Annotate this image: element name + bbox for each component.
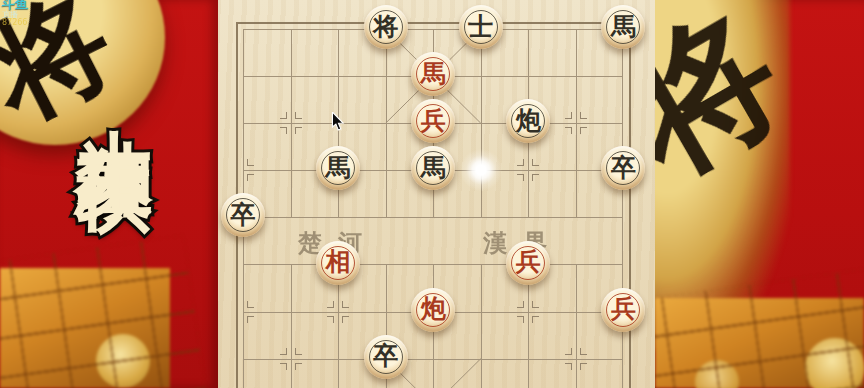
piece-glyph: 兵: [611, 296, 636, 321]
piece-glyph: 馬: [326, 155, 351, 180]
piece-glyph: 卒: [231, 202, 256, 227]
decorative-board-photo: [655, 298, 864, 388]
decorative-chess-piece-photo: [0, 0, 165, 145]
piece-glyph: 馬: [421, 61, 446, 86]
piece-glyph: 炮: [421, 296, 446, 321]
piece-glyph: 将: [373, 14, 398, 39]
photo-piece: [805, 338, 864, 388]
photo-piece: [695, 360, 739, 388]
piece-black-将[interactable]: 将: [364, 5, 408, 49]
piece-glyph: 兵: [516, 249, 541, 274]
piece-glyph: 炮: [516, 108, 541, 133]
piece-black-士[interactable]: 士: [459, 5, 503, 49]
piece-glyph: 兵: [421, 108, 446, 133]
piece-black-卒[interactable]: 卒: [364, 335, 408, 379]
photo-piece: [96, 334, 150, 388]
piece-glyph: 卒: [373, 343, 398, 368]
decorative-board-photo: [0, 268, 170, 388]
piece-glyph: 士: [468, 14, 493, 39]
piece-red-相[interactable]: 相: [316, 241, 360, 285]
piece-glyph: 相: [326, 249, 351, 274]
right-banner: 将 象棋大师 创新 中炮对屏风马: [655, 0, 864, 388]
move-glow-effect: [459, 148, 503, 192]
stage: 楚河 漢界 将士馬馬兵炮馬馬卒卒相兵炮兵卒 将 大神象棋 将 象棋大师 创新 中…: [0, 0, 864, 388]
piece-red-兵[interactable]: 兵: [506, 241, 550, 285]
piece-glyph: 卒: [611, 155, 636, 180]
piece-glyph: 馬: [611, 14, 636, 39]
piece-red-兵[interactable]: 兵: [601, 288, 645, 332]
piece-red-炮[interactable]: 炮: [411, 288, 455, 332]
piece-glyph: 馬: [421, 155, 446, 180]
left-banner: 将 大神象棋: [0, 0, 218, 388]
piece-red-馬[interactable]: 馬: [411, 52, 455, 96]
